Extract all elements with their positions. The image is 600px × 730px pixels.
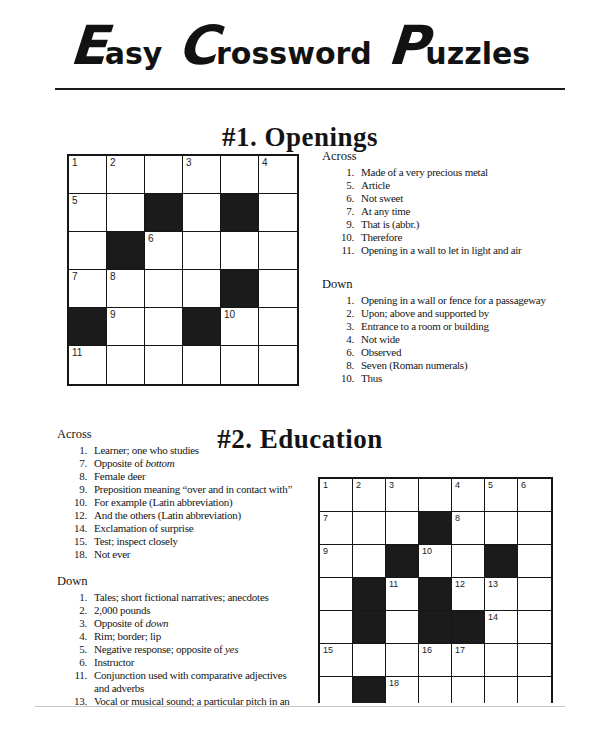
puzzle1-down-list: 1.Opening in a wall or fence for a passa…: [322, 294, 578, 385]
clue-text: Test; inspect closely: [94, 535, 319, 548]
clue-number: 10.: [322, 231, 354, 244]
clue-item: 12.And the others (Latin abbreviation): [57, 509, 319, 522]
grid-cell-r1c2[interactable]: 2: [107, 156, 145, 194]
title-word: Puzzles: [388, 14, 530, 77]
clue-text: Seven (Roman numerals): [361, 359, 576, 372]
grid-cell-r3c1[interactable]: 9: [320, 545, 353, 578]
grid-cell-r5c6[interactable]: [259, 308, 297, 346]
cell-number: 11: [72, 347, 82, 358]
grid-cell-r2c6[interactable]: [485, 512, 518, 545]
grid-cell-r4c3[interactable]: [145, 270, 183, 308]
grid-cell-r4c4[interactable]: [183, 270, 221, 308]
grid-cell-r5c3[interactable]: [145, 308, 183, 346]
cell-number: 5: [72, 195, 78, 206]
cell-number: 10: [422, 546, 432, 556]
title-initial: C: [176, 14, 218, 77]
clue-number: 10.: [57, 496, 87, 509]
grid-cell-r1c1[interactable]: 1: [69, 156, 107, 194]
grid-cell-r3c1[interactable]: [69, 232, 107, 270]
clue-item: 5.Article: [322, 179, 578, 192]
grid-cell-r5c4: [183, 308, 221, 346]
grid-cell-r7c1[interactable]: [320, 677, 353, 703]
cell-number: 1: [72, 157, 78, 168]
clue-text: Negative response; opposite of yes: [94, 643, 319, 656]
clue-item: 4.Not wide: [322, 333, 578, 346]
cell-number: 18: [389, 678, 399, 688]
grid-cell-r3c5[interactable]: [452, 545, 485, 578]
grid-cell-r5c5: [452, 611, 485, 644]
clue-text: At any time: [361, 205, 576, 218]
clue-text: Therefore: [361, 231, 576, 244]
page-cut-line: [35, 706, 565, 707]
title-word: Crossword: [178, 14, 371, 77]
title-rest: rossword: [216, 36, 372, 71]
clue-number: 14.: [57, 522, 87, 535]
clue-text: And the others (Latin abbreviation): [94, 509, 319, 522]
grid-cell-r3c4[interactable]: 10: [419, 545, 452, 578]
grid-cell-r6c5[interactable]: 17: [452, 644, 485, 677]
cell-number: 8: [110, 271, 116, 282]
title-initial: E: [68, 14, 107, 77]
puzzle1-across-header: Across: [322, 149, 578, 164]
grid-cell-r1c3[interactable]: [145, 156, 183, 194]
cell-number: 16: [422, 645, 432, 655]
grid-cell-r2c2[interactable]: [107, 194, 145, 232]
clue-item: 10.Therefore: [322, 231, 578, 244]
grid-cell-r5c1: [69, 308, 107, 346]
puzzle1-across-list: 1.Made of a very precious metal5.Article…: [322, 166, 578, 257]
clue-number: 4.: [57, 630, 87, 643]
clue-number: 1.: [322, 294, 354, 307]
grid-cell-r3c5[interactable]: [221, 232, 259, 270]
grid-cell-r3c4[interactable]: [183, 232, 221, 270]
cell-number: 13: [488, 579, 498, 589]
grid-cell-r4c1[interactable]: 7: [69, 270, 107, 308]
clue-item: 14.Exclamation of surprise: [57, 522, 319, 535]
clue-number: 4.: [322, 333, 354, 346]
grid-cell-r1c6[interactable]: 4: [259, 156, 297, 194]
clue-text: Rim; border; lip: [94, 630, 319, 643]
clue-item: 10.For example (Latin abbreviation): [57, 496, 319, 509]
clue-item: 1.Made of a very precious metal: [322, 166, 578, 179]
clue-number: 1.: [57, 444, 87, 457]
clue-number: 8.: [57, 470, 87, 483]
grid-cell-r7c4[interactable]: [419, 677, 452, 703]
clue-item: 15.Test; inspect closely: [57, 535, 319, 548]
grid-cell-r4c4: [419, 578, 452, 611]
puzzle2-down-list: 1.Tales; short fictional narratives; ane…: [57, 591, 319, 708]
grid-cell-r2c2[interactable]: [353, 512, 386, 545]
clue-number: 11.: [57, 669, 87, 695]
grid-cell-r7c3[interactable]: 18: [386, 677, 419, 703]
clue-item: 1.Opening in a wall or fence for a passa…: [322, 294, 578, 307]
title-rest: uzzles: [425, 36, 530, 71]
cell-number: 3: [389, 480, 394, 490]
puzzle2-across-list: 1.Learner; one who studies7.Opposite of …: [57, 444, 319, 561]
grid-cell-r4c1[interactable]: [320, 578, 353, 611]
clue-item: 6.Observed: [322, 346, 578, 359]
clue-text: Article: [361, 179, 576, 192]
grid-cell-r7c6[interactable]: [485, 677, 518, 703]
title-word: Easy: [70, 14, 163, 77]
clue-number: 5.: [57, 643, 87, 656]
title-rule: [55, 88, 565, 90]
grid-cell-r3c7[interactable]: [518, 545, 551, 578]
grid-cell-r4c7[interactable]: [518, 578, 551, 611]
clue-number: 9.: [322, 218, 354, 231]
clue-item: 1.Tales; short fictional narratives; ane…: [57, 591, 319, 604]
grid-cell-r3c2[interactable]: [353, 545, 386, 578]
grid-cell-r5c7[interactable]: [518, 611, 551, 644]
grid-cell-r6c1[interactable]: 11: [69, 346, 107, 384]
clue-text: Not ever: [94, 548, 319, 561]
grid-cell-r3c3: [386, 545, 419, 578]
clue-number: 2.: [322, 307, 354, 320]
clue-item: 3.Opposite of down: [57, 617, 319, 630]
clue-text: Opposite of down: [94, 617, 319, 630]
clue-item: 6.Not sweet: [322, 192, 578, 205]
grid-cell-r6c5[interactable]: [221, 346, 259, 384]
clue-text: Opening in a wall to let in light and ai…: [361, 244, 576, 257]
grid-cell-r5c5[interactable]: 10: [221, 308, 259, 346]
grid-cell-r6c2[interactable]: [353, 644, 386, 677]
cell-number: 6: [521, 480, 526, 490]
cell-number: 15: [323, 645, 333, 655]
clue-number: 6.: [57, 656, 87, 669]
grid-cell-r3c3[interactable]: 6: [145, 232, 183, 270]
grid-cell-r6c1[interactable]: 15: [320, 644, 353, 677]
grid-cell-r6c3[interactable]: [386, 644, 419, 677]
clue-number: 12.: [57, 509, 87, 522]
clue-item: 2.Upon; above and supported by: [322, 307, 578, 320]
grid-cell-r5c3[interactable]: [386, 611, 419, 644]
cell-number: 3: [186, 157, 192, 168]
grid-cell-r6c2[interactable]: [107, 346, 145, 384]
grid-cell-r6c6[interactable]: [485, 644, 518, 677]
cell-number: 17: [455, 645, 465, 655]
puzzle1-grid: 1234567891011: [67, 154, 299, 386]
grid-cell-r3c2: [107, 232, 145, 270]
grid-cell-r2c7[interactable]: [518, 512, 551, 545]
grid-cell-r3c6: [485, 545, 518, 578]
grid-cell-r1c4[interactable]: 3: [183, 156, 221, 194]
clue-text: Preposition meaning “over and in contact…: [94, 483, 319, 496]
grid-cell-r4c6[interactable]: [259, 270, 297, 308]
clue-text: 2,000 pounds: [94, 604, 319, 617]
cell-number: 9: [110, 309, 116, 320]
clue-number: 8.: [322, 359, 354, 372]
grid-cell-r6c3[interactable]: [145, 346, 183, 384]
grid-cell-r1c5[interactable]: 4: [452, 479, 485, 512]
grid-cell-r7c5[interactable]: [452, 677, 485, 703]
clue-number: 10.: [322, 372, 354, 385]
cell-number: 5: [488, 480, 493, 490]
grid-cell-r1c5[interactable]: [221, 156, 259, 194]
grid-cell-r2c6[interactable]: [259, 194, 297, 232]
cell-number: 7: [323, 513, 328, 523]
clue-text: Made of a very precious metal: [361, 166, 576, 179]
clue-text: Thus: [361, 372, 576, 385]
cell-number: 11: [389, 579, 398, 589]
clue-number: 18.: [57, 548, 87, 561]
clue-text: Tales; short fictional narratives; anecd…: [94, 591, 319, 604]
clue-text: That is (abbr.): [361, 218, 576, 231]
grid-cell-r1c6[interactable]: 5: [485, 479, 518, 512]
grid-cell-r7c2: [353, 677, 386, 703]
cell-number: 4: [262, 157, 268, 168]
title-rest: asy: [105, 36, 163, 71]
clue-number: 1.: [57, 591, 87, 604]
clue-text: Female deer: [94, 470, 319, 483]
clue-item: 5.Negative response; opposite of yes: [57, 643, 319, 656]
grid-cell-r2c1[interactable]: 5: [69, 194, 107, 232]
clue-item: 9.That is (abbr.): [322, 218, 578, 231]
clue-number: 9.: [57, 483, 87, 496]
grid-cell-r5c4: [419, 611, 452, 644]
grid-cell-r4c2[interactable]: 8: [107, 270, 145, 308]
grid-cell-r4c3[interactable]: 11: [386, 578, 419, 611]
grid-cell-r2c4: [419, 512, 452, 545]
title-initial: P: [386, 14, 428, 77]
cell-number: 12: [455, 579, 465, 589]
clue-number: 6.: [322, 192, 354, 205]
clue-text: Conjunction used with comparative adject…: [94, 669, 319, 695]
grid-cell-r5c6[interactable]: 14: [485, 611, 518, 644]
clue-item: 8.Seven (Roman numerals): [322, 359, 578, 372]
clue-item: 7.Opposite of bottom: [57, 457, 319, 470]
clue-item: 2.2,000 pounds: [57, 604, 319, 617]
grid-cell-r7c7[interactable]: [518, 677, 551, 703]
puzzle2-clues: Across 1.Learner; one who studies7.Oppos…: [57, 427, 319, 721]
puzzle1-down-header: Down: [322, 277, 578, 292]
clue-text: Opposite of bottom: [94, 457, 319, 470]
clue-text: Learner; one who studies: [94, 444, 319, 457]
grid-cell-r4c5: [221, 270, 259, 308]
grid-cell-r6c7[interactable]: [518, 644, 551, 677]
grid-cell-r1c3[interactable]: 3: [386, 479, 419, 512]
clue-item: 18.Not ever: [57, 548, 319, 561]
puzzle2-across-header: Across: [57, 427, 319, 442]
page: EasyCrosswordPuzzles #1. Openings 123456…: [0, 0, 600, 730]
grid-cell-r4c2: [353, 578, 386, 611]
puzzle2-grid: 123456789101112131415161718: [318, 477, 553, 703]
clue-item: 3.Entrance to a room or building: [322, 320, 578, 333]
clue-text: Entrance to a room or building: [361, 320, 576, 333]
clue-number: 3.: [322, 320, 354, 333]
clue-number: 6.: [322, 346, 354, 359]
cell-number: 4: [455, 480, 460, 490]
grid-cell-r5c2: [353, 611, 386, 644]
clue-number: 7.: [322, 205, 354, 218]
page-title: EasyCrosswordPuzzles: [0, 14, 600, 77]
clue-item: 11.Conjunction used with comparative adj…: [57, 669, 319, 695]
cell-number: 1: [323, 480, 328, 490]
clue-number: 3.: [57, 617, 87, 630]
cell-number: 2: [110, 157, 116, 168]
grid-cell-r2c5[interactable]: 8: [452, 512, 485, 545]
clue-text: Opening in a wall or fence for a passage…: [361, 294, 576, 307]
puzzle2-down-header: Down: [57, 574, 319, 589]
grid-cell-r2c1[interactable]: 7: [320, 512, 353, 545]
grid-cell-r2c3[interactable]: [386, 512, 419, 545]
clue-item: 1.Learner; one who studies: [57, 444, 319, 457]
grid-cell-r2c5: [221, 194, 259, 232]
clue-item: 9.Preposition meaning “over and in conta…: [57, 483, 319, 496]
puzzle1-clues: Across 1.Made of a very precious metal5.…: [322, 149, 578, 405]
cell-number: 14: [488, 612, 498, 622]
cell-number: 6: [148, 233, 154, 244]
cell-number: 7: [72, 271, 78, 282]
cell-number: 10: [224, 309, 235, 320]
grid-cell-r1c2[interactable]: 2: [353, 479, 386, 512]
clue-item: 6.Instructor: [57, 656, 319, 669]
clue-item: 10.Thus: [322, 372, 578, 385]
grid-cell-r1c4[interactable]: [419, 479, 452, 512]
clue-item: 7.At any time: [322, 205, 578, 218]
clue-number: 1.: [322, 166, 354, 179]
grid-cell-r6c4[interactable]: 16: [419, 644, 452, 677]
clue-number: 2.: [57, 604, 87, 617]
clue-item: 8.Female deer: [57, 470, 319, 483]
clue-number: 7.: [57, 457, 87, 470]
clue-text: Not wide: [361, 333, 576, 346]
clue-text: Observed: [361, 346, 576, 359]
grid-cell-r4c5[interactable]: 12: [452, 578, 485, 611]
grid-cell-r5c2[interactable]: 9: [107, 308, 145, 346]
clue-number: 5.: [322, 179, 354, 192]
grid-cell-r6c6[interactable]: [259, 346, 297, 384]
cell-number: 2: [356, 480, 361, 490]
clue-text: Not sweet: [361, 192, 576, 205]
clue-text: Exclamation of surprise: [94, 522, 319, 535]
grid-cell-r5c1[interactable]: [320, 611, 353, 644]
grid-cell-r2c3: [145, 194, 183, 232]
clue-number: 15.: [57, 535, 87, 548]
clue-text: Upon; above and supported by: [361, 307, 576, 320]
grid-cell-r3c6[interactable]: [259, 232, 297, 270]
grid-cell-r4c6[interactable]: 13: [485, 578, 518, 611]
clue-item: 11.Opening in a wall to let in light and…: [322, 244, 578, 257]
clue-text: Instructor: [94, 656, 319, 669]
clue-item: 4.Rim; border; lip: [57, 630, 319, 643]
grid-cell-r6c4[interactable]: [183, 346, 221, 384]
clue-number: 11.: [322, 244, 354, 257]
grid-cell-r1c7[interactable]: 6: [518, 479, 551, 512]
grid-cell-r1c1[interactable]: 1: [320, 479, 353, 512]
grid-cell-r2c4[interactable]: [183, 194, 221, 232]
cell-number: 8: [455, 513, 460, 523]
clue-text: For example (Latin abbreviation): [94, 496, 319, 509]
cell-number: 9: [323, 546, 328, 556]
